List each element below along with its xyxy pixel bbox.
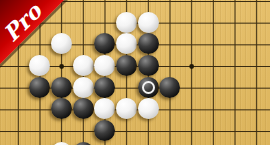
stone-white xyxy=(138,12,159,33)
stone-black-last-move xyxy=(138,77,159,98)
stone-black xyxy=(138,55,159,76)
stone-white xyxy=(116,12,137,33)
last-move-marker xyxy=(142,81,155,94)
pro-ribbon: Pro xyxy=(0,0,80,80)
go-board-thumbnail[interactable]: Pro xyxy=(0,0,270,145)
stone-black xyxy=(138,33,159,54)
stone-black xyxy=(116,55,137,76)
stone-black xyxy=(73,98,94,119)
